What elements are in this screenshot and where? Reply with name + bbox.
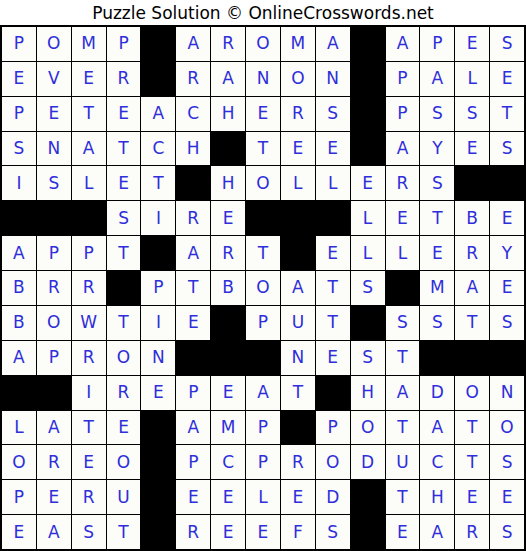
letter-cell-r13c4: O <box>107 445 141 479</box>
letter-cell-r6c15: E <box>490 201 524 235</box>
block-cell-r15c5 <box>141 515 175 549</box>
letter-cell-r2c13: A <box>420 62 454 96</box>
letter-cell-r3c9: R <box>281 97 315 131</box>
letter-cell-r14c15: E <box>490 480 524 514</box>
letter-cell-r15c8: E <box>246 515 280 549</box>
letter-cell-r13c9: R <box>281 445 315 479</box>
letter-cell-r4c6: H <box>176 132 210 166</box>
letter-cell-r1c6: A <box>176 27 210 61</box>
letter-cell-r4c15: S <box>490 132 524 166</box>
letter-cell-r12c2: A <box>37 411 71 445</box>
block-cell-r8c4 <box>107 271 141 305</box>
letter-cell-r6c14: B <box>455 201 489 235</box>
letter-cell-r2c8: N <box>246 62 280 96</box>
letter-cell-r7c14: R <box>455 236 489 270</box>
letter-cell-r14c7: E <box>211 480 245 514</box>
block-cell-r11c2 <box>37 376 71 410</box>
letter-cell-r2c10: N <box>316 62 350 96</box>
letter-cell-r2c14: L <box>455 62 489 96</box>
letter-cell-r14c9: E <box>281 480 315 514</box>
letter-cell-r13c12: U <box>386 445 420 479</box>
letter-cell-r4c9: E <box>281 132 315 166</box>
letter-cell-r15c7: E <box>211 515 245 549</box>
letter-cell-r9c15: S <box>490 306 524 340</box>
letter-cell-r3c3: T <box>72 97 106 131</box>
block-cell-r4c11 <box>351 132 385 166</box>
letter-cell-r8c8: O <box>246 271 280 305</box>
letter-cell-r6c12: E <box>386 201 420 235</box>
letter-cell-r11c3: I <box>72 376 106 410</box>
letter-cell-r11c5: E <box>141 376 175 410</box>
block-cell-r11c1 <box>2 376 36 410</box>
letter-cell-r14c4: U <box>107 480 141 514</box>
letter-cell-r5c8: O <box>246 166 280 200</box>
letter-cell-r8c6: T <box>176 271 210 305</box>
letter-cell-r9c6: E <box>176 306 210 340</box>
letter-cell-r3c8: E <box>246 97 280 131</box>
block-cell-r12c9 <box>281 411 315 445</box>
letter-cell-r1c15: S <box>490 27 524 61</box>
letter-cell-r9c5: I <box>141 306 175 340</box>
letter-cell-r2c4: R <box>107 62 141 96</box>
letter-cell-r15c2: A <box>37 515 71 549</box>
letter-cell-r8c11: S <box>351 271 385 305</box>
letter-cell-r5c13: S <box>420 166 454 200</box>
letter-cell-r2c12: P <box>386 62 420 96</box>
letter-cell-r7c6: A <box>176 236 210 270</box>
letter-cell-r5c5: T <box>141 166 175 200</box>
letter-cell-r1c4: P <box>107 27 141 61</box>
letter-cell-r2c2: V <box>37 62 71 96</box>
letter-cell-r1c2: O <box>37 27 71 61</box>
letter-cell-r12c11: O <box>351 411 385 445</box>
letter-cell-r13c10: O <box>316 445 350 479</box>
letter-cell-r14c13: H <box>420 480 454 514</box>
letter-cell-r8c13: M <box>420 271 454 305</box>
block-cell-r14c5 <box>141 480 175 514</box>
letter-cell-r3c13: S <box>420 97 454 131</box>
block-cell-r7c9 <box>281 236 315 270</box>
letter-cell-r15c3: S <box>72 515 106 549</box>
letter-cell-r11c15: N <box>490 376 524 410</box>
letter-cell-r3c14: S <box>455 97 489 131</box>
letter-cell-r10c11: S <box>351 341 385 375</box>
letter-cell-r1c14: E <box>455 27 489 61</box>
letter-cell-r13c11: D <box>351 445 385 479</box>
letter-cell-r4c1: S <box>2 132 36 166</box>
letter-cell-r13c3: E <box>72 445 106 479</box>
letter-cell-r13c7: C <box>211 445 245 479</box>
letter-cell-r3c7: H <box>211 97 245 131</box>
letter-cell-r8c10: T <box>316 271 350 305</box>
letter-cell-r14c14: E <box>455 480 489 514</box>
letter-cell-r7c12: L <box>386 236 420 270</box>
letter-cell-r12c6: A <box>176 411 210 445</box>
letter-cell-r9c1: B <box>2 306 36 340</box>
letter-cell-r5c2: S <box>37 166 71 200</box>
letter-cell-r14c6: E <box>176 480 210 514</box>
letter-cell-r5c1: I <box>2 166 36 200</box>
block-cell-r9c11 <box>351 306 385 340</box>
letter-cell-r11c11: H <box>351 376 385 410</box>
letter-cell-r7c8: T <box>246 236 280 270</box>
letter-cell-r11c4: R <box>107 376 141 410</box>
letter-cell-r5c7: H <box>211 166 245 200</box>
letter-cell-r13c6: P <box>176 445 210 479</box>
letter-cell-r3c1: P <box>2 97 36 131</box>
letter-cell-r12c14: T <box>455 411 489 445</box>
letter-cell-r6c6: R <box>176 201 210 235</box>
letter-cell-r9c8: P <box>246 306 280 340</box>
block-cell-r4c7 <box>211 132 245 166</box>
letter-cell-r14c2: E <box>37 480 71 514</box>
letter-cell-r12c3: T <box>72 411 106 445</box>
letter-cell-r6c4: S <box>107 201 141 235</box>
letter-cell-r10c3: R <box>72 341 106 375</box>
letter-cell-r1c13: P <box>420 27 454 61</box>
letter-cell-r2c6: R <box>176 62 210 96</box>
letter-cell-r4c5: C <box>141 132 175 166</box>
letter-cell-r9c4: T <box>107 306 141 340</box>
letter-cell-r4c4: T <box>107 132 141 166</box>
letter-cell-r3c15: T <box>490 97 524 131</box>
letter-cell-r15c14: R <box>455 515 489 549</box>
letter-cell-r15c1: E <box>2 515 36 549</box>
letter-cell-r1c1: P <box>2 27 36 61</box>
letter-cell-r1c8: O <box>246 27 280 61</box>
block-cell-r15c11 <box>351 515 385 549</box>
block-cell-r1c5 <box>141 27 175 61</box>
block-cell-r8c12 <box>386 271 420 305</box>
block-cell-r13c5 <box>141 445 175 479</box>
letter-cell-r12c4: E <box>107 411 141 445</box>
letter-cell-r7c7: R <box>211 236 245 270</box>
block-cell-r7c5 <box>141 236 175 270</box>
letter-cell-r12c15: O <box>490 411 524 445</box>
letter-cell-r15c9: F <box>281 515 315 549</box>
block-cell-r6c1 <box>2 201 36 235</box>
letter-cell-r4c8: T <box>246 132 280 166</box>
letter-cell-r4c14: E <box>455 132 489 166</box>
letter-cell-r1c10: A <box>316 27 350 61</box>
letter-cell-r3c12: P <box>386 97 420 131</box>
letter-cell-r15c6: R <box>176 515 210 549</box>
letter-cell-r6c5: I <box>141 201 175 235</box>
letter-cell-r3c5: A <box>141 97 175 131</box>
letter-cell-r9c10: T <box>316 306 350 340</box>
letter-cell-r12c12: T <box>386 411 420 445</box>
block-cell-r6c8 <box>246 201 280 235</box>
letter-cell-r15c10: S <box>316 515 350 549</box>
letter-cell-r7c13: E <box>420 236 454 270</box>
block-cell-r10c7 <box>211 341 245 375</box>
letter-cell-r3c2: E <box>37 97 71 131</box>
letter-cell-r9c2: O <box>37 306 71 340</box>
letter-cell-r14c8: L <box>246 480 280 514</box>
letter-cell-r10c9: N <box>281 341 315 375</box>
letter-cell-r6c13: T <box>420 201 454 235</box>
block-cell-r2c5 <box>141 62 175 96</box>
block-cell-r10c14 <box>455 341 489 375</box>
letter-cell-r8c9: A <box>281 271 315 305</box>
letter-cell-r7c2: P <box>37 236 71 270</box>
block-cell-r6c10 <box>316 201 350 235</box>
letter-cell-r11c8: A <box>246 376 280 410</box>
letter-cell-r3c4: E <box>107 97 141 131</box>
block-cell-r5c15 <box>490 166 524 200</box>
letter-cell-r5c12: R <box>386 166 420 200</box>
letter-cell-r8c14: A <box>455 271 489 305</box>
letter-cell-r3c6: C <box>176 97 210 131</box>
block-cell-r3c11 <box>351 97 385 131</box>
block-cell-r12c5 <box>141 411 175 445</box>
block-cell-r10c15 <box>490 341 524 375</box>
letter-cell-r14c12: T <box>386 480 420 514</box>
letter-cell-r11c9: T <box>281 376 315 410</box>
block-cell-r5c6 <box>176 166 210 200</box>
letter-cell-r8c15: E <box>490 271 524 305</box>
letter-cell-r15c4: T <box>107 515 141 549</box>
letter-cell-r8c3: R <box>72 271 106 305</box>
letter-cell-r6c7: E <box>211 201 245 235</box>
letter-cell-r1c12: A <box>386 27 420 61</box>
letter-cell-r7c10: E <box>316 236 350 270</box>
letter-cell-r4c12: A <box>386 132 420 166</box>
letter-cell-r8c7: B <box>211 271 245 305</box>
letter-cell-r12c1: L <box>2 411 36 445</box>
letter-cell-r2c3: E <box>72 62 106 96</box>
letter-cell-r12c7: M <box>211 411 245 445</box>
letter-cell-r13c1: O <box>2 445 36 479</box>
letter-cell-r11c12: A <box>386 376 420 410</box>
letter-cell-r10c10: E <box>316 341 350 375</box>
letter-cell-r8c1: B <box>2 271 36 305</box>
letter-cell-r15c15: S <box>490 515 524 549</box>
letter-cell-r9c3: W <box>72 306 106 340</box>
letter-cell-r15c13: A <box>420 515 454 549</box>
letter-cell-r10c4: O <box>107 341 141 375</box>
letter-cell-r5c3: L <box>72 166 106 200</box>
block-cell-r10c6 <box>176 341 210 375</box>
letter-cell-r13c2: R <box>37 445 71 479</box>
letter-cell-r4c13: Y <box>420 132 454 166</box>
letter-cell-r15c12: E <box>386 515 420 549</box>
letter-cell-r4c10: E <box>316 132 350 166</box>
letter-cell-r13c13: C <box>420 445 454 479</box>
letter-cell-r11c7: E <box>211 376 245 410</box>
letter-cell-r5c9: L <box>281 166 315 200</box>
block-cell-r10c8 <box>246 341 280 375</box>
letter-cell-r11c13: D <box>420 376 454 410</box>
letter-cell-r1c7: R <box>211 27 245 61</box>
crossword-solution-page: Puzzle Solution © OnlineCrosswords.net P… <box>0 0 526 551</box>
block-cell-r14c11 <box>351 480 385 514</box>
letter-cell-r12c8: P <box>246 411 280 445</box>
crossword-grid: POMPAROMAAPESEVERRANONPALEPETEACHERSPSST… <box>0 25 526 551</box>
letter-cell-r7c1: A <box>2 236 36 270</box>
letter-cell-r2c1: E <box>2 62 36 96</box>
block-cell-r2c11 <box>351 62 385 96</box>
letter-cell-r11c6: P <box>176 376 210 410</box>
letter-cell-r7c3: P <box>72 236 106 270</box>
letter-cell-r8c5: P <box>141 271 175 305</box>
letter-cell-r3c10: S <box>316 97 350 131</box>
letter-cell-r13c14: T <box>455 445 489 479</box>
letter-cell-r2c7: A <box>211 62 245 96</box>
page-title: Puzzle Solution © OnlineCrosswords.net <box>0 0 526 25</box>
letter-cell-r1c9: M <box>281 27 315 61</box>
block-cell-r6c3 <box>72 201 106 235</box>
block-cell-r6c9 <box>281 201 315 235</box>
letter-cell-r13c8: P <box>246 445 280 479</box>
letter-cell-r10c5: N <box>141 341 175 375</box>
letter-cell-r12c10: P <box>316 411 350 445</box>
letter-cell-r13c15: S <box>490 445 524 479</box>
letter-cell-r7c15: Y <box>490 236 524 270</box>
letter-cell-r1c3: M <box>72 27 106 61</box>
block-cell-r5c14 <box>455 166 489 200</box>
letter-cell-r2c9: O <box>281 62 315 96</box>
letter-cell-r9c9: U <box>281 306 315 340</box>
letter-cell-r4c2: N <box>37 132 71 166</box>
block-cell-r11c10 <box>316 376 350 410</box>
letter-cell-r9c13: S <box>420 306 454 340</box>
letter-cell-r5c4: E <box>107 166 141 200</box>
letter-cell-r5c11: E <box>351 166 385 200</box>
letter-cell-r10c1: A <box>2 341 36 375</box>
letter-cell-r14c1: P <box>2 480 36 514</box>
letter-cell-r12c13: A <box>420 411 454 445</box>
block-cell-r10c13 <box>420 341 454 375</box>
block-cell-r6c2 <box>37 201 71 235</box>
letter-cell-r10c2: P <box>37 341 71 375</box>
letter-cell-r7c4: T <box>107 236 141 270</box>
letter-cell-r11c14: O <box>455 376 489 410</box>
block-cell-r1c11 <box>351 27 385 61</box>
letter-cell-r9c12: S <box>386 306 420 340</box>
letter-cell-r10c12: T <box>386 341 420 375</box>
letter-cell-r9c14: T <box>455 306 489 340</box>
letter-cell-r6c11: L <box>351 201 385 235</box>
letter-cell-r8c2: R <box>37 271 71 305</box>
letter-cell-r2c15: E <box>490 62 524 96</box>
letter-cell-r5c10: L <box>316 166 350 200</box>
letter-cell-r4c3: A <box>72 132 106 166</box>
letter-cell-r14c10: D <box>316 480 350 514</box>
letter-cell-r7c11: L <box>351 236 385 270</box>
block-cell-r9c7 <box>211 306 245 340</box>
letter-cell-r14c3: R <box>72 480 106 514</box>
